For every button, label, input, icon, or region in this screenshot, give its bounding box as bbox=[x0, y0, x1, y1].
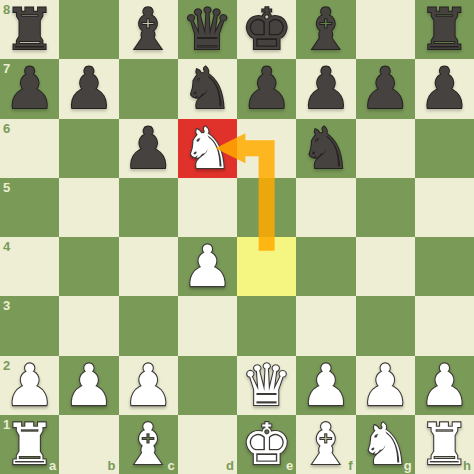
square-c2[interactable]: ♟ bbox=[119, 356, 178, 415]
square-a6[interactable]: 6 bbox=[0, 119, 59, 178]
black-pawn-c6[interactable]: ♟ bbox=[123, 120, 174, 177]
square-f3[interactable] bbox=[296, 296, 355, 355]
black-pawn-h7[interactable]: ♟ bbox=[419, 60, 470, 117]
square-a3[interactable]: 3 bbox=[0, 296, 59, 355]
black-bishop-c8[interactable]: ♝ bbox=[123, 1, 174, 58]
coord-rank-6: 6 bbox=[3, 122, 10, 135]
square-b7[interactable]: ♟ bbox=[59, 59, 118, 118]
square-e6[interactable] bbox=[237, 119, 296, 178]
square-d6[interactable]: ♞ bbox=[178, 119, 237, 178]
square-h1[interactable]: h♜ bbox=[415, 415, 474, 474]
square-b2[interactable]: ♟ bbox=[59, 356, 118, 415]
black-rook-h8[interactable]: ♜ bbox=[419, 1, 470, 58]
square-f5[interactable] bbox=[296, 178, 355, 237]
white-pawn-a2[interactable]: ♟ bbox=[4, 357, 55, 414]
square-c6[interactable]: ♟ bbox=[119, 119, 178, 178]
square-a7[interactable]: 7♟ bbox=[0, 59, 59, 118]
square-b5[interactable] bbox=[59, 178, 118, 237]
square-c4[interactable] bbox=[119, 237, 178, 296]
square-d8[interactable]: ♛ bbox=[178, 0, 237, 59]
square-d4[interactable]: ♟ bbox=[178, 237, 237, 296]
square-h7[interactable]: ♟ bbox=[415, 59, 474, 118]
white-rook-a1[interactable]: ♜ bbox=[4, 416, 55, 473]
white-pawn-c2[interactable]: ♟ bbox=[123, 357, 174, 414]
square-e4[interactable] bbox=[237, 237, 296, 296]
square-b8[interactable] bbox=[59, 0, 118, 59]
black-pawn-f7[interactable]: ♟ bbox=[300, 60, 351, 117]
coord-rank-5: 5 bbox=[3, 181, 10, 194]
square-e1[interactable]: e♚ bbox=[237, 415, 296, 474]
black-bishop-f8[interactable]: ♝ bbox=[300, 1, 351, 58]
black-knight-f6[interactable]: ♞ bbox=[300, 120, 351, 177]
white-king-e1[interactable]: ♚ bbox=[241, 416, 292, 473]
square-h6[interactable] bbox=[415, 119, 474, 178]
chess-board: 8♜♝♛♚♝♜7♟♟♞♟♟♟♟6♟♞♞54♟32♟♟♟♛♟♟♟1a♜bc♝de♚… bbox=[0, 0, 474, 474]
square-c5[interactable] bbox=[119, 178, 178, 237]
square-a4[interactable]: 4 bbox=[0, 237, 59, 296]
square-g1[interactable]: g♞ bbox=[356, 415, 415, 474]
white-pawn-h2[interactable]: ♟ bbox=[419, 357, 470, 414]
square-f2[interactable]: ♟ bbox=[296, 356, 355, 415]
black-pawn-e7[interactable]: ♟ bbox=[241, 60, 292, 117]
black-queen-d8[interactable]: ♛ bbox=[182, 1, 233, 58]
square-a2[interactable]: 2♟ bbox=[0, 356, 59, 415]
square-a5[interactable]: 5 bbox=[0, 178, 59, 237]
square-d2[interactable] bbox=[178, 356, 237, 415]
square-g8[interactable] bbox=[356, 0, 415, 59]
square-a1[interactable]: 1a♜ bbox=[0, 415, 59, 474]
square-c3[interactable] bbox=[119, 296, 178, 355]
square-d7[interactable]: ♞ bbox=[178, 59, 237, 118]
black-rook-a8[interactable]: ♜ bbox=[4, 1, 55, 58]
coord-rank-4: 4 bbox=[3, 240, 10, 253]
white-bishop-f1[interactable]: ♝ bbox=[300, 416, 351, 473]
square-g3[interactable] bbox=[356, 296, 415, 355]
square-b3[interactable] bbox=[59, 296, 118, 355]
square-f7[interactable]: ♟ bbox=[296, 59, 355, 118]
square-b1[interactable]: b bbox=[59, 415, 118, 474]
white-queen-e2[interactable]: ♛ bbox=[241, 357, 292, 414]
square-b6[interactable] bbox=[59, 119, 118, 178]
white-knight-g1[interactable]: ♞ bbox=[360, 416, 411, 473]
coord-rank-3: 3 bbox=[3, 299, 10, 312]
coord-file-d: d bbox=[226, 459, 234, 472]
square-d3[interactable] bbox=[178, 296, 237, 355]
square-f1[interactable]: f♝ bbox=[296, 415, 355, 474]
square-f6[interactable]: ♞ bbox=[296, 119, 355, 178]
square-c8[interactable]: ♝ bbox=[119, 0, 178, 59]
white-knight-d6[interactable]: ♞ bbox=[182, 120, 233, 177]
square-f8[interactable]: ♝ bbox=[296, 0, 355, 59]
white-bishop-c1[interactable]: ♝ bbox=[123, 416, 174, 473]
square-d1[interactable]: d bbox=[178, 415, 237, 474]
white-pawn-d4[interactable]: ♟ bbox=[182, 238, 233, 295]
square-h3[interactable] bbox=[415, 296, 474, 355]
square-h8[interactable]: ♜ bbox=[415, 0, 474, 59]
white-pawn-f2[interactable]: ♟ bbox=[300, 357, 351, 414]
white-pawn-b2[interactable]: ♟ bbox=[63, 357, 114, 414]
square-e8[interactable]: ♚ bbox=[237, 0, 296, 59]
square-g7[interactable]: ♟ bbox=[356, 59, 415, 118]
black-pawn-b7[interactable]: ♟ bbox=[63, 60, 114, 117]
square-e5[interactable] bbox=[237, 178, 296, 237]
square-a8[interactable]: 8♜ bbox=[0, 0, 59, 59]
square-f4[interactable] bbox=[296, 237, 355, 296]
square-g2[interactable]: ♟ bbox=[356, 356, 415, 415]
square-c7[interactable] bbox=[119, 59, 178, 118]
white-pawn-g2[interactable]: ♟ bbox=[360, 357, 411, 414]
square-h4[interactable] bbox=[415, 237, 474, 296]
square-b4[interactable] bbox=[59, 237, 118, 296]
square-g5[interactable] bbox=[356, 178, 415, 237]
square-g6[interactable] bbox=[356, 119, 415, 178]
white-rook-h1[interactable]: ♜ bbox=[419, 416, 470, 473]
square-e3[interactable] bbox=[237, 296, 296, 355]
black-pawn-a7[interactable]: ♟ bbox=[4, 60, 55, 117]
black-knight-d7[interactable]: ♞ bbox=[182, 60, 233, 117]
square-h5[interactable] bbox=[415, 178, 474, 237]
square-h2[interactable]: ♟ bbox=[415, 356, 474, 415]
square-g4[interactable] bbox=[356, 237, 415, 296]
square-d5[interactable] bbox=[178, 178, 237, 237]
coord-file-b: b bbox=[108, 459, 116, 472]
square-e7[interactable]: ♟ bbox=[237, 59, 296, 118]
square-e2[interactable]: ♛ bbox=[237, 356, 296, 415]
square-c1[interactable]: c♝ bbox=[119, 415, 178, 474]
black-pawn-g7[interactable]: ♟ bbox=[360, 60, 411, 117]
black-king-e8[interactable]: ♚ bbox=[241, 1, 292, 58]
